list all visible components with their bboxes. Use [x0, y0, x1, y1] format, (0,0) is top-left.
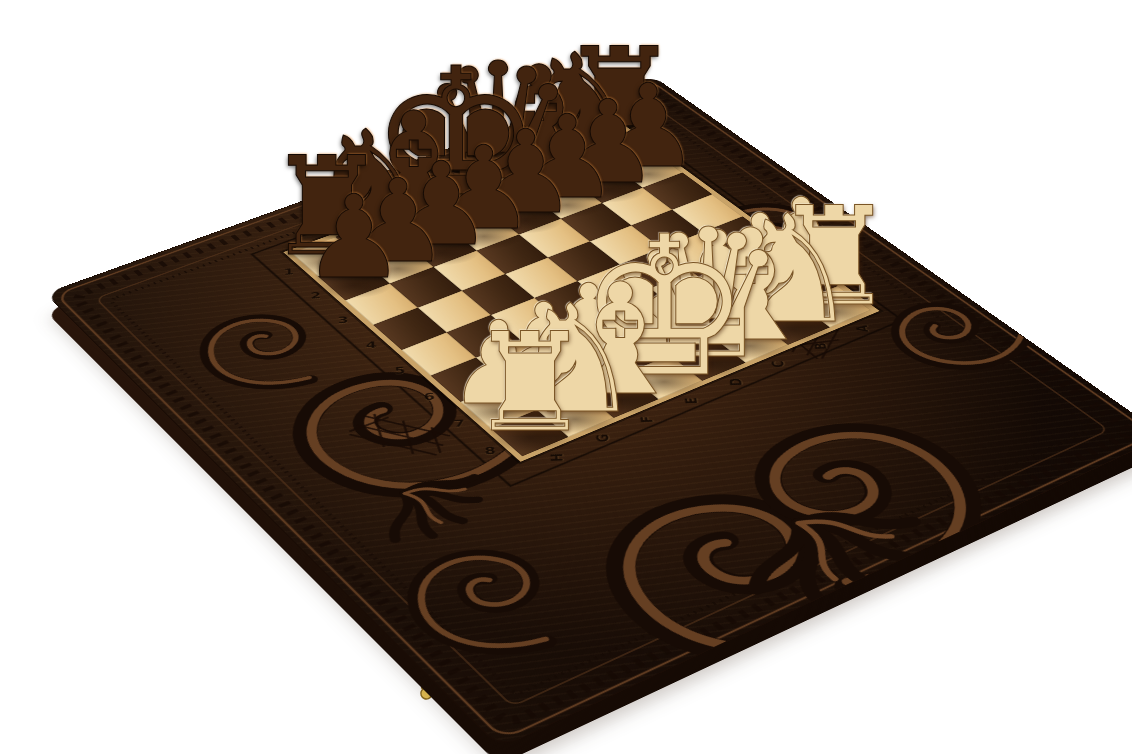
piece-dark-pawn-h2[interactable]: ♟ [303, 182, 406, 297]
rank-label-3: 3 [338, 315, 349, 326]
scroll-carving-upper-left [205, 315, 311, 390]
rank-label-6: 6 [423, 391, 435, 403]
rank-label-4: 4 [365, 339, 376, 350]
scroll-carving-lower-left [413, 552, 548, 654]
photo-stage: 12345678HGFEDCBA ♜♞♝♚♛♝♞♜♟♟♟♟♟♟♟♟♟♟♟♟♟♟♟… [0, 0, 1132, 754]
rank-label-5: 5 [394, 365, 406, 376]
piece-light-rook-h8[interactable]: ♜ [468, 316, 590, 453]
